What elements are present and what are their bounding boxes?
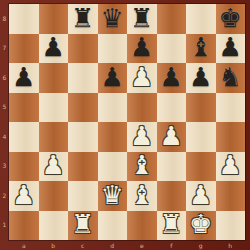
file-label-e: e [127,243,157,250]
square-e2[interactable]: ♝ [127,181,157,211]
square-e3[interactable]: ♝ [127,152,157,182]
square-c2[interactable] [68,181,98,211]
square-f5[interactable] [157,93,187,123]
square-g8[interactable] [186,4,216,34]
square-a1[interactable] [9,211,39,241]
square-h5[interactable] [216,93,246,123]
black-queen[interactable]: ♛ [101,5,124,31]
square-f2[interactable] [157,181,187,211]
square-f1[interactable]: ♜ [157,211,187,241]
rank-label-7: 7 [0,34,9,64]
square-f6[interactable]: ♟ [157,63,187,93]
square-e1[interactable] [127,211,157,241]
black-pawn[interactable]: ♟ [219,34,242,60]
square-g6[interactable]: ♟ [186,63,216,93]
rank-label-4: 4 [0,122,9,152]
rank-label-1: 1 [0,211,9,241]
rank-label-3: 3 [0,152,9,182]
square-h6[interactable]: ♞ [216,63,246,93]
rank-label-8: 8 [0,4,9,34]
square-c5[interactable] [68,93,98,123]
white-pawn[interactable]: ♟ [219,152,242,178]
black-pawn[interactable]: ♟ [101,64,124,90]
black-bishop[interactable]: ♝ [189,34,212,60]
square-e6[interactable]: ♟ [127,63,157,93]
square-d4[interactable] [98,122,128,152]
square-e7[interactable]: ♟ [127,34,157,64]
file-label-f: f [157,243,187,250]
chess-diagram: ♜♛♜♚♟♟♝♟♟♟♟♟♟♞♟♟♟♝♟♟♛♝♟♜♜♚ 87654321 abcd… [0,0,250,250]
black-pawn[interactable]: ♟ [160,64,183,90]
square-b2[interactable] [39,181,69,211]
square-h7[interactable]: ♟ [216,34,246,64]
square-e4[interactable]: ♟ [127,122,157,152]
square-h4[interactable] [216,122,246,152]
square-c4[interactable] [68,122,98,152]
square-a5[interactable] [9,93,39,123]
square-d8[interactable]: ♛ [98,4,128,34]
square-c7[interactable] [68,34,98,64]
square-g1[interactable]: ♚ [186,211,216,241]
black-pawn[interactable]: ♟ [130,34,153,60]
chessboard: ♜♛♜♚♟♟♝♟♟♟♟♟♟♞♟♟♟♝♟♟♛♝♟♜♜♚ [9,4,245,240]
square-a2[interactable]: ♟ [9,181,39,211]
file-label-c: c [68,243,98,250]
square-d7[interactable] [98,34,128,64]
white-bishop[interactable]: ♝ [130,152,153,178]
file-label-b: b [39,243,69,250]
square-a6[interactable]: ♟ [9,63,39,93]
square-h8[interactable]: ♚ [216,4,246,34]
rank-label-5: 5 [0,93,9,123]
square-g3[interactable] [186,152,216,182]
square-d5[interactable] [98,93,128,123]
white-rook[interactable]: ♜ [71,211,94,237]
white-queen[interactable]: ♛ [101,182,124,208]
square-c8[interactable]: ♜ [68,4,98,34]
white-pawn[interactable]: ♟ [130,123,153,149]
square-c3[interactable] [68,152,98,182]
white-pawn[interactable]: ♟ [12,182,35,208]
square-h1[interactable] [216,211,246,241]
square-b5[interactable] [39,93,69,123]
white-rook[interactable]: ♜ [160,211,183,237]
black-pawn[interactable]: ♟ [189,64,212,90]
white-pawn[interactable]: ♟ [42,152,65,178]
white-pawn[interactable]: ♟ [160,123,183,149]
square-b3[interactable]: ♟ [39,152,69,182]
square-f4[interactable]: ♟ [157,122,187,152]
rank-label-6: 6 [0,63,9,93]
square-a3[interactable] [9,152,39,182]
black-rook[interactable]: ♜ [71,5,94,31]
square-h3[interactable]: ♟ [216,152,246,182]
square-b8[interactable] [39,4,69,34]
square-h2[interactable] [216,181,246,211]
square-d3[interactable] [98,152,128,182]
square-e8[interactable]: ♜ [127,4,157,34]
square-c6[interactable] [68,63,98,93]
square-b4[interactable] [39,122,69,152]
square-g7[interactable]: ♝ [186,34,216,64]
black-king[interactable]: ♚ [219,5,242,31]
file-label-a: a [9,243,39,250]
square-a4[interactable] [9,122,39,152]
square-a7[interactable] [9,34,39,64]
square-e5[interactable] [127,93,157,123]
black-rook[interactable]: ♜ [130,5,153,31]
file-label-d: d [98,243,128,250]
rank-label-2: 2 [0,181,9,211]
square-d2[interactable]: ♛ [98,181,128,211]
square-f7[interactable] [157,34,187,64]
square-d6[interactable]: ♟ [98,63,128,93]
square-f3[interactable] [157,152,187,182]
square-c1[interactable]: ♜ [68,211,98,241]
black-pawn[interactable]: ♟ [12,64,35,90]
square-a8[interactable] [9,4,39,34]
white-king[interactable]: ♚ [189,211,212,237]
white-pawn[interactable]: ♟ [130,64,153,90]
black-pawn[interactable]: ♟ [42,34,65,60]
square-f8[interactable] [157,4,187,34]
square-g4[interactable] [186,122,216,152]
square-b7[interactable]: ♟ [39,34,69,64]
black-knight[interactable]: ♞ [219,64,242,90]
square-b1[interactable] [39,211,69,241]
file-label-h: h [216,243,246,250]
file-label-g: g [186,243,216,250]
white-pawn[interactable]: ♟ [189,182,212,208]
white-bishop[interactable]: ♝ [130,182,153,208]
square-g5[interactable] [186,93,216,123]
square-d1[interactable] [98,211,128,241]
square-g2[interactable]: ♟ [186,181,216,211]
square-b6[interactable] [39,63,69,93]
